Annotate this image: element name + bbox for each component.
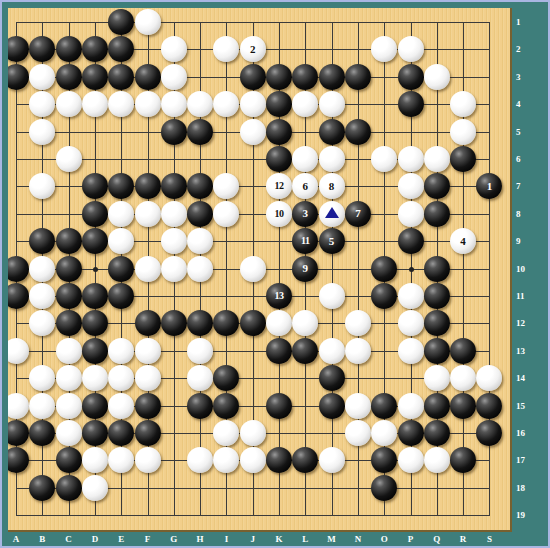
go-stone-E14 bbox=[108, 365, 134, 391]
go-stone-M11 bbox=[319, 283, 345, 309]
go-stone-P16 bbox=[398, 420, 424, 446]
go-stone-E8 bbox=[108, 201, 134, 227]
go-stone-G4 bbox=[161, 91, 187, 117]
go-stone-P3 bbox=[398, 64, 424, 90]
go-stone-H14 bbox=[187, 365, 213, 391]
row-label-4: 4 bbox=[516, 100, 536, 109]
go-stone-O11 bbox=[371, 283, 397, 309]
move-number-label: 3 bbox=[303, 208, 309, 219]
go-stone-H5 bbox=[187, 119, 213, 145]
go-stone-E3 bbox=[108, 64, 134, 90]
go-stone-M3 bbox=[319, 64, 345, 90]
go-stone-K3 bbox=[266, 64, 292, 90]
hoshi-point bbox=[409, 267, 414, 272]
go-stone-N16 bbox=[345, 420, 371, 446]
go-stone-N3 bbox=[345, 64, 371, 90]
go-stone-G8 bbox=[161, 201, 187, 227]
go-stone-C13 bbox=[56, 338, 82, 364]
go-stone-D12 bbox=[82, 310, 108, 336]
go-stone-P12 bbox=[398, 310, 424, 336]
go-stone-Q12 bbox=[424, 310, 450, 336]
go-stone-E2 bbox=[108, 36, 134, 62]
go-stone-M13 bbox=[319, 338, 345, 364]
move-number-label: 9 bbox=[303, 263, 309, 274]
go-stone-C11 bbox=[56, 283, 82, 309]
go-stone-E16 bbox=[108, 420, 134, 446]
go-stone-P11 bbox=[398, 283, 424, 309]
go-stone-K4 bbox=[266, 91, 292, 117]
go-stone-B2 bbox=[29, 36, 55, 62]
go-stone-Q10 bbox=[424, 256, 450, 282]
go-stone-C10 bbox=[56, 256, 82, 282]
grid-line-horizontal bbox=[16, 515, 490, 516]
go-stone-M6 bbox=[319, 146, 345, 172]
column-label-F: F bbox=[140, 535, 156, 544]
move-number-label: 4 bbox=[460, 236, 466, 247]
go-stone-P7 bbox=[398, 173, 424, 199]
go-stone-H17 bbox=[187, 447, 213, 473]
go-stone-C2 bbox=[56, 36, 82, 62]
move-number-label: 7 bbox=[355, 208, 361, 219]
go-stone-L7: 6 bbox=[292, 173, 318, 199]
hoshi-point bbox=[93, 267, 98, 272]
go-stone-I12 bbox=[213, 310, 239, 336]
move-number-label: 5 bbox=[329, 236, 335, 247]
go-stone-A13 bbox=[8, 338, 29, 364]
go-stone-K15 bbox=[266, 393, 292, 419]
go-stone-C15 bbox=[56, 393, 82, 419]
move-number-label: 2 bbox=[250, 44, 256, 55]
go-stone-K13 bbox=[266, 338, 292, 364]
column-label-H: H bbox=[192, 535, 208, 544]
row-label-9: 9 bbox=[516, 237, 536, 246]
go-stone-S7: 1 bbox=[476, 173, 502, 199]
go-stone-L8: 3 bbox=[292, 201, 318, 227]
go-stone-Q3 bbox=[424, 64, 450, 90]
row-label-2: 2 bbox=[516, 45, 536, 54]
go-stone-G9 bbox=[161, 228, 187, 254]
go-stone-Q16 bbox=[424, 420, 450, 446]
go-stone-C12 bbox=[56, 310, 82, 336]
go-stone-L9: 11 bbox=[292, 228, 318, 254]
go-stone-L4 bbox=[292, 91, 318, 117]
go-stone-C6 bbox=[56, 146, 82, 172]
go-stone-B5 bbox=[29, 119, 55, 145]
go-stone-G7 bbox=[161, 173, 187, 199]
go-stone-Q14 bbox=[424, 365, 450, 391]
go-stone-S15 bbox=[476, 393, 502, 419]
go-stone-E11 bbox=[108, 283, 134, 309]
go-stone-G10 bbox=[161, 256, 187, 282]
go-stone-P2 bbox=[398, 36, 424, 62]
column-label-P: P bbox=[403, 535, 419, 544]
column-label-S: S bbox=[481, 535, 497, 544]
go-stone-D13 bbox=[82, 338, 108, 364]
go-stone-G12 bbox=[161, 310, 187, 336]
go-stone-D8 bbox=[82, 201, 108, 227]
go-stone-Q11 bbox=[424, 283, 450, 309]
row-label-18: 18 bbox=[516, 484, 536, 493]
go-stone-K17 bbox=[266, 447, 292, 473]
go-stone-L17 bbox=[292, 447, 318, 473]
go-stone-F7 bbox=[135, 173, 161, 199]
go-stone-F17 bbox=[135, 447, 161, 473]
go-stone-N5 bbox=[345, 119, 371, 145]
go-stone-F13 bbox=[135, 338, 161, 364]
go-stone-C18 bbox=[56, 475, 82, 501]
go-stone-G5 bbox=[161, 119, 187, 145]
row-label-11: 11 bbox=[516, 292, 536, 301]
go-stone-Q17 bbox=[424, 447, 450, 473]
go-stone-D14 bbox=[82, 365, 108, 391]
go-stone-F15 bbox=[135, 393, 161, 419]
column-label-D: D bbox=[87, 535, 103, 544]
go-stone-F12 bbox=[135, 310, 161, 336]
column-label-B: B bbox=[34, 535, 50, 544]
go-stone-C3 bbox=[56, 64, 82, 90]
column-label-A: A bbox=[8, 535, 24, 544]
go-stone-R15 bbox=[450, 393, 476, 419]
go-stone-A17 bbox=[8, 447, 29, 473]
column-label-N: N bbox=[350, 535, 366, 544]
go-stone-O10 bbox=[371, 256, 397, 282]
go-stone-I8 bbox=[213, 201, 239, 227]
go-stone-O15 bbox=[371, 393, 397, 419]
go-stone-A16 bbox=[8, 420, 29, 446]
move-number-label: 13 bbox=[275, 291, 284, 301]
go-stone-K12 bbox=[266, 310, 292, 336]
go-stone-K5 bbox=[266, 119, 292, 145]
go-stone-Q8 bbox=[424, 201, 450, 227]
go-stone-E1 bbox=[108, 9, 134, 35]
row-label-8: 8 bbox=[516, 210, 536, 219]
go-stone-J12 bbox=[240, 310, 266, 336]
go-stone-O18 bbox=[371, 475, 397, 501]
go-stone-D7 bbox=[82, 173, 108, 199]
go-stone-C9 bbox=[56, 228, 82, 254]
go-stone-H15 bbox=[187, 393, 213, 419]
column-label-G: G bbox=[166, 535, 182, 544]
go-stone-R14 bbox=[450, 365, 476, 391]
go-stone-C16 bbox=[56, 420, 82, 446]
go-stone-B10 bbox=[29, 256, 55, 282]
column-label-E: E bbox=[113, 535, 129, 544]
go-stone-M15 bbox=[319, 393, 345, 419]
go-stone-J3 bbox=[240, 64, 266, 90]
go-stone-O17 bbox=[371, 447, 397, 473]
go-stone-R6 bbox=[450, 146, 476, 172]
column-label-R: R bbox=[455, 535, 471, 544]
go-stone-B7 bbox=[29, 173, 55, 199]
go-stone-C4 bbox=[56, 91, 82, 117]
go-stone-I7 bbox=[213, 173, 239, 199]
go-stone-E4 bbox=[108, 91, 134, 117]
go-stone-E13 bbox=[108, 338, 134, 364]
go-stone-D11 bbox=[82, 283, 108, 309]
go-stone-K8: 10 bbox=[266, 201, 292, 227]
go-stone-H12 bbox=[187, 310, 213, 336]
go-stone-H13 bbox=[187, 338, 213, 364]
go-stone-H8 bbox=[187, 201, 213, 227]
go-stone-O16 bbox=[371, 420, 397, 446]
row-label-3: 3 bbox=[516, 73, 536, 82]
go-stone-B4 bbox=[29, 91, 55, 117]
go-stone-P6 bbox=[398, 146, 424, 172]
go-stone-S14 bbox=[476, 365, 502, 391]
go-stone-O2 bbox=[371, 36, 397, 62]
move-number-label: 6 bbox=[303, 181, 309, 192]
go-stone-E10 bbox=[108, 256, 134, 282]
go-stone-L10: 9 bbox=[292, 256, 318, 282]
go-stone-B9 bbox=[29, 228, 55, 254]
go-stone-M9: 5 bbox=[319, 228, 345, 254]
row-label-1: 1 bbox=[516, 18, 536, 27]
column-label-K: K bbox=[271, 535, 287, 544]
go-stone-I2 bbox=[213, 36, 239, 62]
go-stone-F3 bbox=[135, 64, 161, 90]
go-stone-F14 bbox=[135, 365, 161, 391]
go-stone-K11: 13 bbox=[266, 283, 292, 309]
go-stone-B11 bbox=[29, 283, 55, 309]
go-stone-F8 bbox=[135, 201, 161, 227]
go-stone-J17 bbox=[240, 447, 266, 473]
go-stone-I17 bbox=[213, 447, 239, 473]
go-stone-P17 bbox=[398, 447, 424, 473]
row-label-7: 7 bbox=[516, 182, 536, 191]
go-stone-N12 bbox=[345, 310, 371, 336]
go-stone-Q15 bbox=[424, 393, 450, 419]
go-stone-D16 bbox=[82, 420, 108, 446]
go-stone-S16 bbox=[476, 420, 502, 446]
go-stone-P15 bbox=[398, 393, 424, 419]
go-stone-D15 bbox=[82, 393, 108, 419]
go-stone-K6 bbox=[266, 146, 292, 172]
go-stone-C14 bbox=[56, 365, 82, 391]
row-label-5: 5 bbox=[516, 128, 536, 137]
triangle-marker-icon bbox=[325, 207, 339, 218]
go-stone-B3 bbox=[29, 64, 55, 90]
go-stone-E17 bbox=[108, 447, 134, 473]
column-label-Q: Q bbox=[429, 535, 445, 544]
go-stone-M4 bbox=[319, 91, 345, 117]
go-stone-N15 bbox=[345, 393, 371, 419]
go-stone-J4 bbox=[240, 91, 266, 117]
go-stone-P9 bbox=[398, 228, 424, 254]
go-stone-K7: 12 bbox=[266, 173, 292, 199]
go-stone-O6 bbox=[371, 146, 397, 172]
go-stone-R9: 4 bbox=[450, 228, 476, 254]
go-stone-B12 bbox=[29, 310, 55, 336]
go-stone-C17 bbox=[56, 447, 82, 473]
go-stone-Q6 bbox=[424, 146, 450, 172]
go-stone-J5 bbox=[240, 119, 266, 145]
go-stone-F10 bbox=[135, 256, 161, 282]
column-label-O: O bbox=[376, 535, 392, 544]
go-stone-R13 bbox=[450, 338, 476, 364]
go-stone-L3 bbox=[292, 64, 318, 90]
go-stone-M8 bbox=[319, 201, 345, 227]
row-label-12: 12 bbox=[516, 319, 536, 328]
go-diagram: 21268110371154913 ABCDEFGHIJKLMNOPQRS 12… bbox=[0, 0, 550, 548]
go-stone-I16 bbox=[213, 420, 239, 446]
go-stone-D9 bbox=[82, 228, 108, 254]
go-stone-G2 bbox=[161, 36, 187, 62]
go-stone-F1 bbox=[135, 9, 161, 35]
go-stone-I15 bbox=[213, 393, 239, 419]
go-board[interactable]: 21268110371154913 bbox=[8, 8, 512, 532]
go-stone-L13 bbox=[292, 338, 318, 364]
move-number-label: 12 bbox=[275, 181, 284, 191]
go-stone-B18 bbox=[29, 475, 55, 501]
row-label-19: 19 bbox=[516, 511, 536, 520]
go-stone-E15 bbox=[108, 393, 134, 419]
go-stone-A11 bbox=[8, 283, 29, 309]
column-label-C: C bbox=[61, 535, 77, 544]
go-stone-H4 bbox=[187, 91, 213, 117]
move-number-label: 1 bbox=[487, 181, 493, 192]
go-stone-I4 bbox=[213, 91, 239, 117]
row-label-16: 16 bbox=[516, 429, 536, 438]
go-stone-M17 bbox=[319, 447, 345, 473]
row-label-17: 17 bbox=[516, 456, 536, 465]
go-stone-A3 bbox=[8, 64, 29, 90]
row-label-13: 13 bbox=[516, 347, 536, 356]
column-label-I: I bbox=[218, 535, 234, 544]
go-stone-D18 bbox=[82, 475, 108, 501]
go-stone-P4 bbox=[398, 91, 424, 117]
move-number-label: 10 bbox=[275, 209, 284, 219]
go-stone-D3 bbox=[82, 64, 108, 90]
column-label-M: M bbox=[324, 535, 340, 544]
go-stone-F4 bbox=[135, 91, 161, 117]
go-stone-J2: 2 bbox=[240, 36, 266, 62]
go-stone-B15 bbox=[29, 393, 55, 419]
go-stone-E7 bbox=[108, 173, 134, 199]
go-stone-R4 bbox=[450, 91, 476, 117]
go-stone-D17 bbox=[82, 447, 108, 473]
go-stone-B14 bbox=[29, 365, 55, 391]
go-stone-D2 bbox=[82, 36, 108, 62]
column-label-J: J bbox=[245, 535, 261, 544]
go-stone-L12 bbox=[292, 310, 318, 336]
go-stone-E9 bbox=[108, 228, 134, 254]
go-stone-L6 bbox=[292, 146, 318, 172]
go-stone-N13 bbox=[345, 338, 371, 364]
go-stone-R5 bbox=[450, 119, 476, 145]
go-stone-N8: 7 bbox=[345, 201, 371, 227]
go-stone-P13 bbox=[398, 338, 424, 364]
go-stone-A2 bbox=[8, 36, 29, 62]
go-stone-J16 bbox=[240, 420, 266, 446]
column-label-L: L bbox=[297, 535, 313, 544]
go-stone-A10 bbox=[8, 256, 29, 282]
go-stone-Q13 bbox=[424, 338, 450, 364]
go-stone-H10 bbox=[187, 256, 213, 282]
go-stone-D4 bbox=[82, 91, 108, 117]
go-stone-P8 bbox=[398, 201, 424, 227]
go-stone-H9 bbox=[187, 228, 213, 254]
go-stone-M5 bbox=[319, 119, 345, 145]
go-stone-M14 bbox=[319, 365, 345, 391]
row-label-14: 14 bbox=[516, 374, 536, 383]
move-number-label: 8 bbox=[329, 181, 335, 192]
go-stone-R17 bbox=[450, 447, 476, 473]
go-stone-A15 bbox=[8, 393, 29, 419]
go-stone-J10 bbox=[240, 256, 266, 282]
go-stone-M7: 8 bbox=[319, 173, 345, 199]
go-stone-H7 bbox=[187, 173, 213, 199]
move-number-label: 11 bbox=[301, 236, 309, 246]
row-label-6: 6 bbox=[516, 155, 536, 164]
go-stone-F16 bbox=[135, 420, 161, 446]
row-label-15: 15 bbox=[516, 402, 536, 411]
go-stone-I14 bbox=[213, 365, 239, 391]
row-label-10: 10 bbox=[516, 265, 536, 274]
go-stone-B16 bbox=[29, 420, 55, 446]
go-stone-G3 bbox=[161, 64, 187, 90]
go-stone-Q7 bbox=[424, 173, 450, 199]
